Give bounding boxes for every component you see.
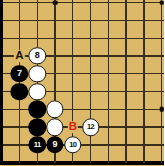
move-number: 8 (35, 51, 40, 60)
stone-white-F3: 12 (82, 118, 99, 135)
move-number: 7 (17, 69, 22, 78)
move-number: 11 (34, 141, 41, 149)
stone-black-B6: 7 (11, 65, 28, 82)
star-point-K10 (160, 0, 165, 5)
stone-black-C3 (28, 118, 45, 135)
stone-white-C7: 8 (28, 47, 45, 64)
stone-white-D4 (46, 101, 63, 118)
move-number: 10 (69, 141, 76, 149)
stone-white-C5 (28, 83, 45, 100)
stone-black-C2: 11 (28, 136, 45, 153)
star-point-D10 (53, 0, 58, 5)
move-number: 12 (87, 123, 94, 131)
stone-black-B5 (11, 83, 28, 100)
point-label-B7: A (14, 50, 24, 62)
stone-white-C6 (28, 65, 45, 82)
stone-white-D3 (46, 118, 63, 135)
stone-black-C4 (28, 101, 45, 118)
stone-white-E2: 10 (64, 136, 81, 153)
move-number: 9 (52, 140, 57, 149)
point-label-E3: B (68, 121, 78, 133)
stones-layer: 871211910AB (0, 0, 164, 166)
stone-black-D2: 9 (46, 136, 63, 153)
star-point-K4 (160, 107, 165, 112)
go-board-diagram: 871211910AB (0, 0, 164, 166)
